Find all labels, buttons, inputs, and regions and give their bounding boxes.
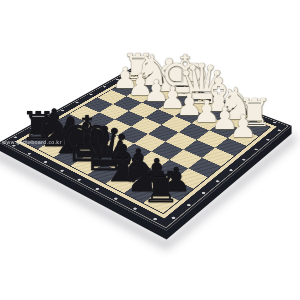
- watermark-text: www.gameboard.co.kr: [2, 139, 62, 145]
- chess-set-product-photo: ♜♞♝♛♚♝♞♜♟♟♟♟♟♟♟♟♟♟♟♟♟♟♟♟♜♞♝♛♚♝♞♜ www.gam…: [0, 0, 300, 300]
